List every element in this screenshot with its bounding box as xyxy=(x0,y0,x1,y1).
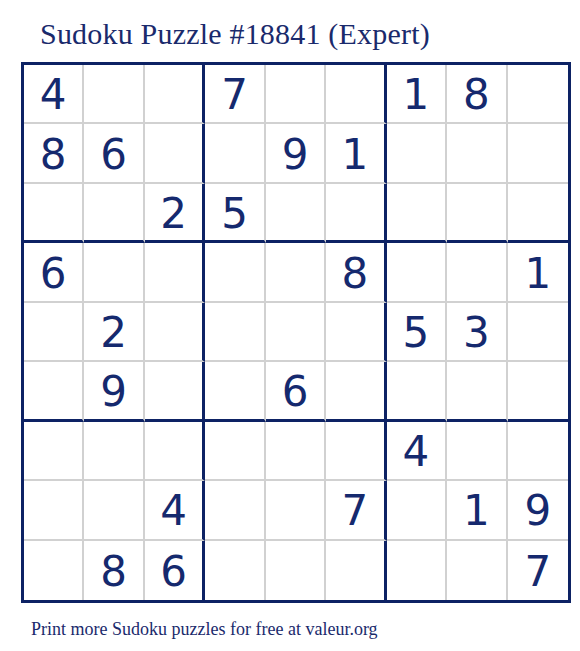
sudoku-cell-r7c1[interactable] xyxy=(24,422,84,481)
footer-text: Print more Sudoku puzzles for free at va… xyxy=(31,619,580,640)
sudoku-cell-r3c9[interactable] xyxy=(508,184,568,243)
sudoku-cell-r4c2[interactable] xyxy=(84,243,144,302)
sudoku-cell-r7c7[interactable]: 4 xyxy=(387,422,447,481)
sudoku-cell-r5c9[interactable] xyxy=(508,303,568,362)
sudoku-cell-r3c8[interactable] xyxy=(447,184,507,243)
sudoku-cell-r6c6[interactable] xyxy=(326,362,386,421)
sudoku-cell-r6c3[interactable] xyxy=(145,362,205,421)
sudoku-cell-r3c6[interactable] xyxy=(326,184,386,243)
sudoku-cell-r9c9[interactable]: 7 xyxy=(508,541,568,600)
sudoku-cell-r7c9[interactable] xyxy=(508,422,568,481)
sudoku-cell-r2c8[interactable] xyxy=(447,124,507,183)
sudoku-cell-r5c3[interactable] xyxy=(145,303,205,362)
page-title: Sudoku Puzzle #18841 (Expert) xyxy=(40,16,580,52)
sudoku-cell-r1c1[interactable]: 4 xyxy=(24,65,84,124)
sudoku-cell-r3c5[interactable] xyxy=(266,184,326,243)
sudoku-cell-r9c7[interactable] xyxy=(387,541,447,600)
sudoku-cell-r8c3[interactable]: 4 xyxy=(145,481,205,540)
sudoku-cell-r8c7[interactable] xyxy=(387,481,447,540)
sudoku-board: 47188691256812539644719867 xyxy=(21,62,571,603)
sudoku-cell-r4c3[interactable] xyxy=(145,243,205,302)
sudoku-cell-r8c1[interactable] xyxy=(24,481,84,540)
sudoku-cell-r8c6[interactable]: 7 xyxy=(326,481,386,540)
sudoku-cell-r4c9[interactable]: 1 xyxy=(508,243,568,302)
sudoku-cell-r2c9[interactable] xyxy=(508,124,568,183)
sudoku-cell-r7c6[interactable] xyxy=(326,422,386,481)
sudoku-cell-r4c7[interactable] xyxy=(387,243,447,302)
sudoku-cell-r2c5[interactable]: 9 xyxy=(266,124,326,183)
sudoku-cell-r5c7[interactable]: 5 xyxy=(387,303,447,362)
sudoku-cell-r3c1[interactable] xyxy=(24,184,84,243)
sudoku-cell-r6c7[interactable] xyxy=(387,362,447,421)
sudoku-cell-r1c9[interactable] xyxy=(508,65,568,124)
sudoku-page: Sudoku Puzzle #18841 (Expert) 4718869125… xyxy=(0,0,580,651)
sudoku-cell-r4c1[interactable]: 6 xyxy=(24,243,84,302)
sudoku-cell-r8c9[interactable]: 9 xyxy=(508,481,568,540)
sudoku-cell-r1c8[interactable]: 8 xyxy=(447,65,507,124)
sudoku-cell-r1c3[interactable] xyxy=(145,65,205,124)
sudoku-cell-r7c8[interactable] xyxy=(447,422,507,481)
sudoku-cell-r9c6[interactable] xyxy=(326,541,386,600)
sudoku-cell-r2c6[interactable]: 1 xyxy=(326,124,386,183)
sudoku-cell-r1c7[interactable]: 1 xyxy=(387,65,447,124)
sudoku-cell-r1c5[interactable] xyxy=(266,65,326,124)
sudoku-cell-r1c2[interactable] xyxy=(84,65,144,124)
sudoku-cell-r9c2[interactable]: 8 xyxy=(84,541,144,600)
sudoku-cell-r8c4[interactable] xyxy=(205,481,265,540)
sudoku-cell-r6c4[interactable] xyxy=(205,362,265,421)
sudoku-cell-r7c3[interactable] xyxy=(145,422,205,481)
sudoku-cell-r9c5[interactable] xyxy=(266,541,326,600)
sudoku-cell-r8c8[interactable]: 1 xyxy=(447,481,507,540)
sudoku-cell-r7c5[interactable] xyxy=(266,422,326,481)
sudoku-cell-r8c2[interactable] xyxy=(84,481,144,540)
sudoku-cell-r2c2[interactable]: 6 xyxy=(84,124,144,183)
sudoku-cell-r5c4[interactable] xyxy=(205,303,265,362)
sudoku-cell-r6c1[interactable] xyxy=(24,362,84,421)
sudoku-cell-r9c3[interactable]: 6 xyxy=(145,541,205,600)
sudoku-cell-r6c8[interactable] xyxy=(447,362,507,421)
sudoku-cell-r5c1[interactable] xyxy=(24,303,84,362)
sudoku-cell-r4c8[interactable] xyxy=(447,243,507,302)
sudoku-cell-r5c8[interactable]: 3 xyxy=(447,303,507,362)
sudoku-cell-r5c2[interactable]: 2 xyxy=(84,303,144,362)
sudoku-cell-r9c8[interactable] xyxy=(447,541,507,600)
sudoku-cell-r2c7[interactable] xyxy=(387,124,447,183)
sudoku-cell-r2c1[interactable]: 8 xyxy=(24,124,84,183)
sudoku-cell-r3c7[interactable] xyxy=(387,184,447,243)
sudoku-cell-r4c5[interactable] xyxy=(266,243,326,302)
sudoku-cell-r2c3[interactable] xyxy=(145,124,205,183)
sudoku-cell-r5c5[interactable] xyxy=(266,303,326,362)
sudoku-cell-r6c5[interactable]: 6 xyxy=(266,362,326,421)
sudoku-cell-r3c2[interactable] xyxy=(84,184,144,243)
sudoku-cell-r7c2[interactable] xyxy=(84,422,144,481)
sudoku-cell-r5c6[interactable] xyxy=(326,303,386,362)
sudoku-cell-r4c6[interactable]: 8 xyxy=(326,243,386,302)
sudoku-cell-r2c4[interactable] xyxy=(205,124,265,183)
sudoku-cell-r4c4[interactable] xyxy=(205,243,265,302)
sudoku-cell-r1c4[interactable]: 7 xyxy=(205,65,265,124)
sudoku-cell-r3c3[interactable]: 2 xyxy=(145,184,205,243)
sudoku-cell-r6c2[interactable]: 9 xyxy=(84,362,144,421)
sudoku-cell-r8c5[interactable] xyxy=(266,481,326,540)
sudoku-cell-r6c9[interactable] xyxy=(508,362,568,421)
sudoku-cell-r7c4[interactable] xyxy=(205,422,265,481)
sudoku-cell-r3c4[interactable]: 5 xyxy=(205,184,265,243)
sudoku-cell-r9c1[interactable] xyxy=(24,541,84,600)
sudoku-cell-r9c4[interactable] xyxy=(205,541,265,600)
sudoku-cell-r1c6[interactable] xyxy=(326,65,386,124)
